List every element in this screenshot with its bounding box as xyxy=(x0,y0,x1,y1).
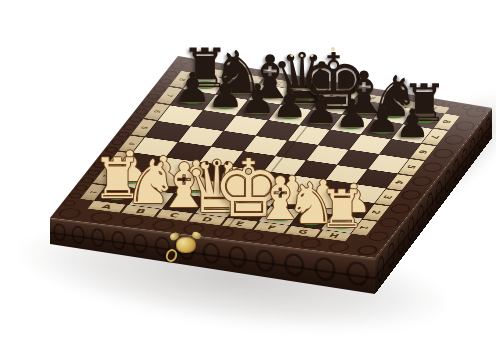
coordinate-label: 1 xyxy=(88,190,99,194)
coordinate-label: 3 xyxy=(381,195,395,200)
coordinate-label: 8 xyxy=(440,119,454,124)
coordinate-label: H xyxy=(327,232,341,239)
coordinate-label: F xyxy=(369,96,377,101)
coordinate-label: A xyxy=(100,203,114,211)
coordinate-label: B xyxy=(241,75,250,80)
crown-accent xyxy=(290,54,293,57)
crown-accent xyxy=(310,54,313,57)
coordinate-label: C xyxy=(168,212,181,219)
coordinate-label: 4 xyxy=(126,142,136,146)
coordinate-label: C xyxy=(274,81,282,86)
chess-set-photo: ABCDEFGH 87654321 ABCDEFGH 87654321 ♜♞♝♛… xyxy=(0,0,496,338)
coordinate-label: 3 xyxy=(113,158,123,162)
coordinate-label: D xyxy=(200,216,214,223)
coordinate-label: 1 xyxy=(357,225,371,230)
coordinate-label: 2 xyxy=(101,174,112,178)
coordinate-label: 8 xyxy=(177,78,187,82)
coordinate-label: F xyxy=(266,224,278,231)
coordinate-label: G xyxy=(399,101,408,106)
clasp-rosette xyxy=(176,237,196,253)
coordinate-label: 4 xyxy=(393,180,407,185)
coordinate-label: 6 xyxy=(152,110,162,114)
coordinate-label: 5 xyxy=(139,126,149,130)
crown-accent xyxy=(300,54,303,57)
crown-accent xyxy=(331,47,335,51)
coordinate-label: 7 xyxy=(428,134,442,139)
coordinate-label: A xyxy=(208,70,217,75)
coordinate-label: 5 xyxy=(405,165,419,170)
coordinate-label: 6 xyxy=(416,149,430,154)
coordinate-label: 2 xyxy=(369,210,383,215)
coordinate-label: G xyxy=(296,228,310,235)
coordinate-label: H xyxy=(429,106,438,111)
coordinate-label: E xyxy=(338,91,346,96)
coordinate-label: D xyxy=(306,86,315,91)
coordinate-label: 7 xyxy=(164,94,174,98)
coordinate-label: E xyxy=(234,220,246,227)
coordinate-label: B xyxy=(134,207,148,214)
